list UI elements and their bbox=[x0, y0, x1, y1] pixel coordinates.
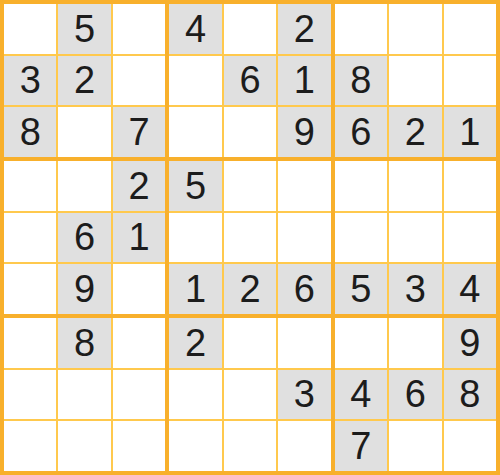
cell-r4c7[interactable] bbox=[335, 161, 387, 211]
cell-r1c2[interactable]: 5 bbox=[58, 4, 110, 54]
cell-r3c4[interactable] bbox=[169, 107, 221, 157]
cell-r4c6[interactable] bbox=[278, 161, 330, 211]
cell-r7c8[interactable] bbox=[389, 318, 441, 368]
box-6: 534 bbox=[335, 161, 496, 314]
cell-r3c3[interactable]: 7 bbox=[113, 107, 165, 157]
cell-r5c3[interactable]: 1 bbox=[113, 213, 165, 263]
cell-r9c1[interactable] bbox=[4, 421, 56, 471]
cell-r2c4[interactable] bbox=[169, 56, 221, 106]
cell-r7c4[interactable]: 2 bbox=[169, 318, 221, 368]
cell-r3c9[interactable]: 1 bbox=[444, 107, 496, 157]
cell-r3c8[interactable]: 2 bbox=[389, 107, 441, 157]
cell-r9c8[interactable] bbox=[389, 421, 441, 471]
cell-r6c5[interactable]: 2 bbox=[224, 264, 276, 314]
cell-r4c5[interactable] bbox=[224, 161, 276, 211]
cell-r4c8[interactable] bbox=[389, 161, 441, 211]
cell-r5c5[interactable] bbox=[224, 213, 276, 263]
cell-r6c4[interactable]: 1 bbox=[169, 264, 221, 314]
cell-r6c6[interactable]: 6 bbox=[278, 264, 330, 314]
box-9: 94687 bbox=[335, 318, 496, 471]
cell-r8c5[interactable] bbox=[224, 370, 276, 420]
box-7: 8 bbox=[4, 318, 165, 471]
box-2: 42619 bbox=[169, 4, 330, 157]
cell-r6c1[interactable] bbox=[4, 264, 56, 314]
cell-r3c1[interactable]: 8 bbox=[4, 107, 56, 157]
cell-r4c3[interactable]: 2 bbox=[113, 161, 165, 211]
cell-r2c1[interactable]: 3 bbox=[4, 56, 56, 106]
cell-r9c5[interactable] bbox=[224, 421, 276, 471]
cell-r4c1[interactable] bbox=[4, 161, 56, 211]
cell-r3c5[interactable] bbox=[224, 107, 276, 157]
cell-r7c7[interactable] bbox=[335, 318, 387, 368]
cell-r2c6[interactable]: 1 bbox=[278, 56, 330, 106]
cell-r3c2[interactable] bbox=[58, 107, 110, 157]
box-4: 2619 bbox=[4, 161, 165, 314]
cell-r1c4[interactable]: 4 bbox=[169, 4, 221, 54]
cell-r4c9[interactable] bbox=[444, 161, 496, 211]
cell-r2c3[interactable] bbox=[113, 56, 165, 106]
cell-r2c7[interactable]: 8 bbox=[335, 56, 387, 106]
cell-r9c9[interactable] bbox=[444, 421, 496, 471]
cell-r6c2[interactable]: 9 bbox=[58, 264, 110, 314]
cell-r9c6[interactable] bbox=[278, 421, 330, 471]
cell-r8c9[interactable]: 8 bbox=[444, 370, 496, 420]
cell-r8c1[interactable] bbox=[4, 370, 56, 420]
cell-r7c1[interactable] bbox=[4, 318, 56, 368]
cell-r5c1[interactable] bbox=[4, 213, 56, 263]
cell-r7c6[interactable] bbox=[278, 318, 330, 368]
cell-r6c7[interactable]: 5 bbox=[335, 264, 387, 314]
cell-r1c3[interactable] bbox=[113, 4, 165, 54]
cell-r2c9[interactable] bbox=[444, 56, 496, 106]
cell-r6c3[interactable] bbox=[113, 264, 165, 314]
cell-r8c2[interactable] bbox=[58, 370, 110, 420]
cell-r1c1[interactable] bbox=[4, 4, 56, 54]
cell-r6c9[interactable]: 4 bbox=[444, 264, 496, 314]
cell-r5c9[interactable] bbox=[444, 213, 496, 263]
cell-r4c2[interactable] bbox=[58, 161, 110, 211]
box-5: 5126 bbox=[169, 161, 330, 314]
cell-r1c6[interactable]: 2 bbox=[278, 4, 330, 54]
cell-r9c2[interactable] bbox=[58, 421, 110, 471]
cell-r5c2[interactable]: 6 bbox=[58, 213, 110, 263]
cell-r1c5[interactable] bbox=[224, 4, 276, 54]
cell-r4c4[interactable]: 5 bbox=[169, 161, 221, 211]
cell-r9c3[interactable] bbox=[113, 421, 165, 471]
cell-r5c6[interactable] bbox=[278, 213, 330, 263]
cell-r8c7[interactable]: 4 bbox=[335, 370, 387, 420]
cell-r8c4[interactable] bbox=[169, 370, 221, 420]
sudoku-board: 532874261986212619512653482394687 bbox=[0, 0, 500, 475]
box-1: 53287 bbox=[4, 4, 165, 157]
cell-r5c4[interactable] bbox=[169, 213, 221, 263]
cell-r2c8[interactable] bbox=[389, 56, 441, 106]
cell-r3c6[interactable]: 9 bbox=[278, 107, 330, 157]
cell-r9c7[interactable]: 7 bbox=[335, 421, 387, 471]
cell-r7c2[interactable]: 8 bbox=[58, 318, 110, 368]
cell-r7c9[interactable]: 9 bbox=[444, 318, 496, 368]
cell-r8c8[interactable]: 6 bbox=[389, 370, 441, 420]
cell-r8c6[interactable]: 3 bbox=[278, 370, 330, 420]
cell-r7c5[interactable] bbox=[224, 318, 276, 368]
cell-r7c3[interactable] bbox=[113, 318, 165, 368]
cell-r1c9[interactable] bbox=[444, 4, 496, 54]
cell-r5c8[interactable] bbox=[389, 213, 441, 263]
cell-r6c8[interactable]: 3 bbox=[389, 264, 441, 314]
cell-r9c4[interactable] bbox=[169, 421, 221, 471]
box-3: 8621 bbox=[335, 4, 496, 157]
cell-r1c7[interactable] bbox=[335, 4, 387, 54]
cell-r5c7[interactable] bbox=[335, 213, 387, 263]
box-8: 23 bbox=[169, 318, 330, 471]
cell-r3c7[interactable]: 6 bbox=[335, 107, 387, 157]
cell-r8c3[interactable] bbox=[113, 370, 165, 420]
cell-r1c8[interactable] bbox=[389, 4, 441, 54]
cell-r2c2[interactable]: 2 bbox=[58, 56, 110, 106]
cell-r2c5[interactable]: 6 bbox=[224, 56, 276, 106]
